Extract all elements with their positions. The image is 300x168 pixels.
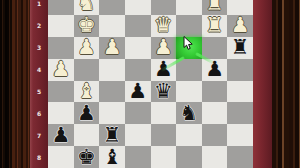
square-e8[interactable]	[151, 146, 177, 168]
square-c5[interactable]	[99, 81, 125, 103]
white-pawn-h2[interactable]: ♟	[231, 15, 250, 36]
black-rook-h3[interactable]: ♜	[231, 37, 250, 58]
black-pawn-d5[interactable]: ♟	[128, 81, 147, 102]
square-a6[interactable]	[48, 102, 74, 124]
white-pawn-b3[interactable]: ♟	[77, 37, 96, 58]
black-pawn-b6[interactable]: ♟	[77, 103, 96, 124]
square-b3[interactable]: ♟	[74, 37, 100, 59]
black-knight-f6[interactable]: ♞	[180, 103, 199, 124]
white-rook-g1[interactable]: ♜	[205, 0, 224, 14]
square-d8[interactable]	[125, 146, 151, 168]
square-d6[interactable]	[125, 102, 151, 124]
chess-board[interactable]: ♞♜♚♛♜♟♟♟♟♜♟♟♟♝♟♛♟♞♟♜♚♝	[48, 0, 253, 168]
square-e3[interactable]: ♟	[151, 37, 177, 59]
right-outer-wood-frame	[272, 0, 300, 168]
white-king-b2[interactable]: ♚	[77, 15, 96, 36]
square-b4[interactable]	[74, 59, 100, 81]
square-c7[interactable]: ♜	[99, 124, 125, 146]
square-e7[interactable]	[151, 124, 177, 146]
rank-label-2: 2	[30, 22, 48, 29]
square-h6[interactable]	[227, 102, 253, 124]
square-g2[interactable]: ♜	[202, 15, 228, 37]
white-pawn-c3[interactable]: ♟	[103, 37, 122, 58]
square-f2[interactable]	[176, 15, 202, 37]
rank-label-8: 8	[30, 154, 48, 161]
right-red-wood-strip	[253, 0, 272, 168]
white-bishop-b5[interactable]: ♝	[77, 81, 96, 102]
rank-label-1: 1	[30, 0, 48, 7]
square-c2[interactable]	[99, 15, 125, 37]
square-h2[interactable]: ♟	[227, 15, 253, 37]
square-g6[interactable]	[202, 102, 228, 124]
square-f8[interactable]	[176, 146, 202, 168]
rank-coordinate-strip: 12345678	[30, 0, 48, 168]
rank-label-6: 6	[30, 110, 48, 117]
black-queen-e5[interactable]: ♛	[154, 81, 173, 102]
white-queen-e2[interactable]: ♛	[154, 15, 173, 36]
square-d7[interactable]	[125, 124, 151, 146]
square-h4[interactable]	[227, 59, 253, 81]
square-c6[interactable]	[99, 102, 125, 124]
square-h3[interactable]: ♜	[227, 37, 253, 59]
rank-label-4: 4	[30, 66, 48, 73]
square-b2[interactable]: ♚	[74, 15, 100, 37]
square-h5[interactable]	[227, 81, 253, 103]
rank-label-3: 3	[30, 44, 48, 51]
square-g3[interactable]	[202, 37, 228, 59]
square-c8[interactable]: ♝	[99, 146, 125, 168]
square-d3[interactable]	[125, 37, 151, 59]
square-a3[interactable]	[48, 37, 74, 59]
white-pawn-a4[interactable]: ♟	[51, 59, 70, 80]
square-h8[interactable]	[227, 146, 253, 168]
black-bishop-c8[interactable]: ♝	[103, 147, 122, 168]
mouse-cursor-icon	[183, 36, 194, 51]
square-e2[interactable]: ♛	[151, 15, 177, 37]
left-outer-wood-frame	[0, 0, 12, 168]
black-pawn-a7[interactable]: ♟	[51, 125, 70, 146]
square-e5[interactable]: ♛	[151, 81, 177, 103]
rank-label-7: 7	[30, 132, 48, 139]
square-a7[interactable]: ♟	[48, 124, 74, 146]
rank-label-5: 5	[30, 88, 48, 95]
chess-app-window: 12345678 ♞♜♚♛♜♟♟♟♟♜♟♟♟♝♟♛♟♞♟♜♚♝	[0, 0, 300, 168]
square-a2[interactable]	[48, 15, 74, 37]
black-king-b8[interactable]: ♚	[77, 147, 96, 168]
square-b7[interactable]	[74, 124, 100, 146]
square-d5[interactable]: ♟	[125, 81, 151, 103]
square-f6[interactable]: ♞	[176, 102, 202, 124]
square-e6[interactable]	[151, 102, 177, 124]
square-c1[interactable]	[99, 0, 125, 15]
square-c3[interactable]: ♟	[99, 37, 125, 59]
left-inner-wood-frame	[12, 0, 30, 168]
square-g5[interactable]	[202, 81, 228, 103]
white-rook-g2[interactable]: ♜	[205, 15, 224, 36]
white-pawn-e3[interactable]: ♟	[154, 37, 173, 58]
square-d1[interactable]	[125, 0, 151, 15]
square-c4[interactable]	[99, 59, 125, 81]
square-b5[interactable]: ♝	[74, 81, 100, 103]
square-h7[interactable]	[227, 124, 253, 146]
square-g8[interactable]	[202, 146, 228, 168]
square-f4[interactable]	[176, 59, 202, 81]
square-d2[interactable]	[125, 15, 151, 37]
white-knight-b1[interactable]: ♞	[77, 0, 96, 14]
black-rook-c7[interactable]: ♜	[103, 125, 122, 146]
square-f1[interactable]	[176, 0, 202, 15]
square-f7[interactable]	[176, 124, 202, 146]
square-f5[interactable]	[176, 81, 202, 103]
square-a8[interactable]	[48, 146, 74, 168]
square-a1[interactable]	[48, 0, 74, 15]
square-b6[interactable]: ♟	[74, 102, 100, 124]
square-g7[interactable]	[202, 124, 228, 146]
square-d4[interactable]	[125, 59, 151, 81]
square-a5[interactable]	[48, 81, 74, 103]
square-b8[interactable]: ♚	[74, 146, 100, 168]
square-a4[interactable]: ♟	[48, 59, 74, 81]
